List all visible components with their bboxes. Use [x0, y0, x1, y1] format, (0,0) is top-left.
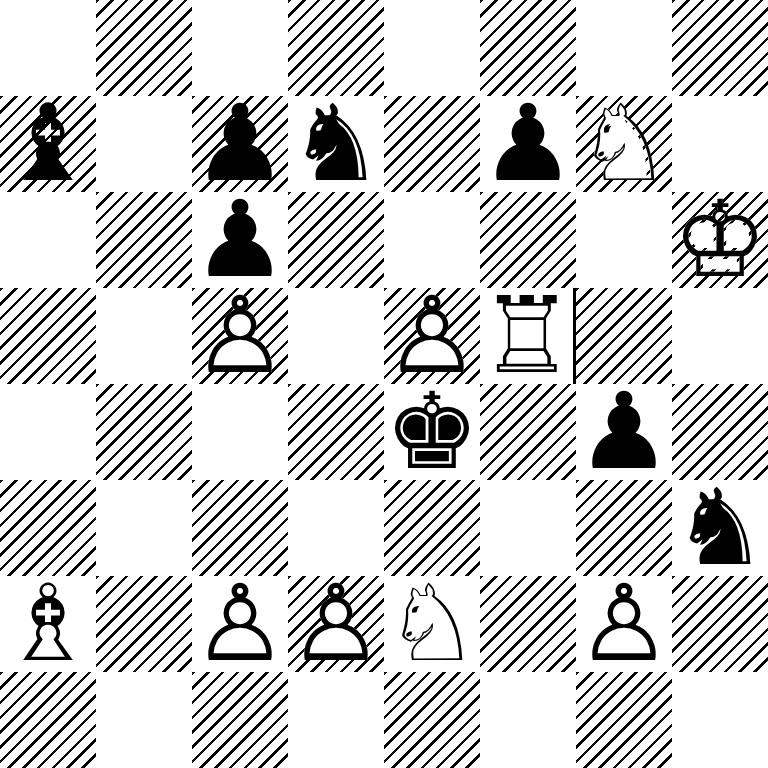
- white-pawn[interactable]: ♟♙: [192, 576, 288, 672]
- square-d5[interactable]: [288, 288, 384, 384]
- square-f5[interactable]: ♜♖: [480, 288, 576, 384]
- white-pawn-outline: ♙: [288, 576, 384, 672]
- white-bishop[interactable]: ♝♗: [0, 576, 96, 672]
- square-b8[interactable]: [96, 0, 192, 96]
- black-bishop-glyph: ♝: [0, 96, 96, 192]
- square-d1[interactable]: [288, 672, 384, 768]
- white-pawn[interactable]: ♟♙: [576, 576, 672, 672]
- white-king[interactable]: ♚♔: [672, 192, 768, 288]
- black-bishop[interactable]: ♝: [0, 96, 96, 192]
- black-king[interactable]: ♚: [384, 384, 480, 480]
- square-d4[interactable]: [288, 384, 384, 480]
- black-pawn-glyph: ♟: [480, 96, 576, 192]
- square-a5[interactable]: [0, 288, 96, 384]
- black-knight[interactable]: ♞: [672, 480, 768, 576]
- square-a7[interactable]: ♝: [0, 96, 96, 192]
- square-c5[interactable]: ♟♙: [192, 288, 288, 384]
- square-b3[interactable]: [96, 480, 192, 576]
- square-g6[interactable]: [576, 192, 672, 288]
- square-h6[interactable]: ♚♔: [672, 192, 768, 288]
- square-h3[interactable]: ♞: [672, 480, 768, 576]
- black-king-glyph: ♚: [384, 384, 480, 480]
- black-pawn[interactable]: ♟: [576, 384, 672, 480]
- square-b1[interactable]: [96, 672, 192, 768]
- black-knight-glyph: ♞: [288, 96, 384, 192]
- square-b7[interactable]: [96, 96, 192, 192]
- black-knight-glyph: ♞: [672, 480, 768, 576]
- black-pawn-glyph: ♟: [576, 384, 672, 480]
- square-f3[interactable]: [480, 480, 576, 576]
- white-knight-outline: ♘: [384, 576, 480, 672]
- square-h1[interactable]: [672, 672, 768, 768]
- white-king-outline: ♔: [672, 192, 768, 288]
- square-e2[interactable]: ♞♘: [384, 576, 480, 672]
- square-h2[interactable]: [672, 576, 768, 672]
- square-b6[interactable]: [96, 192, 192, 288]
- square-e7[interactable]: [384, 96, 480, 192]
- square-a6[interactable]: [0, 192, 96, 288]
- square-e4[interactable]: ♚: [384, 384, 480, 480]
- white-pawn[interactable]: ♟♙: [288, 576, 384, 672]
- chess-board: ♝♟♞♟♞♘♟♚♔♟♙♟♙♜♖♚♟♞♝♗♟♙♟♙♞♘♟♙: [0, 0, 768, 768]
- square-b4[interactable]: [96, 384, 192, 480]
- square-a1[interactable]: [0, 672, 96, 768]
- square-f7[interactable]: ♟: [480, 96, 576, 192]
- square-g7[interactable]: ♞♘: [576, 96, 672, 192]
- square-f1[interactable]: [480, 672, 576, 768]
- square-c2[interactable]: ♟♙: [192, 576, 288, 672]
- square-g1[interactable]: [576, 672, 672, 768]
- white-knight[interactable]: ♞♘: [384, 576, 480, 672]
- white-knight-outline: ♘: [576, 96, 672, 192]
- square-e8[interactable]: [384, 0, 480, 96]
- square-f4[interactable]: [480, 384, 576, 480]
- white-pawn[interactable]: ♟♙: [192, 288, 288, 384]
- square-h8[interactable]: [672, 0, 768, 96]
- white-pawn-outline: ♙: [192, 288, 288, 384]
- square-e1[interactable]: [384, 672, 480, 768]
- square-d2[interactable]: ♟♙: [288, 576, 384, 672]
- square-a2[interactable]: ♝♗: [0, 576, 96, 672]
- square-b5[interactable]: [96, 288, 192, 384]
- white-pawn-outline: ♙: [576, 576, 672, 672]
- square-b2[interactable]: [96, 576, 192, 672]
- white-rook[interactable]: ♜♖: [480, 288, 573, 384]
- black-knight[interactable]: ♞: [288, 96, 384, 192]
- square-d7[interactable]: ♞: [288, 96, 384, 192]
- square-d6[interactable]: [288, 192, 384, 288]
- square-c4[interactable]: [192, 384, 288, 480]
- square-c1[interactable]: [192, 672, 288, 768]
- white-pawn-outline: ♙: [192, 576, 288, 672]
- square-a4[interactable]: [0, 384, 96, 480]
- square-g4[interactable]: ♟: [576, 384, 672, 480]
- white-rook-outline: ♖: [480, 288, 573, 384]
- square-g2[interactable]: ♟♙: [576, 576, 672, 672]
- black-pawn[interactable]: ♟: [480, 96, 576, 192]
- square-f2[interactable]: [480, 576, 576, 672]
- square-h5[interactable]: [672, 288, 768, 384]
- white-bishop-outline: ♗: [0, 576, 96, 672]
- white-knight[interactable]: ♞♘: [576, 96, 672, 192]
